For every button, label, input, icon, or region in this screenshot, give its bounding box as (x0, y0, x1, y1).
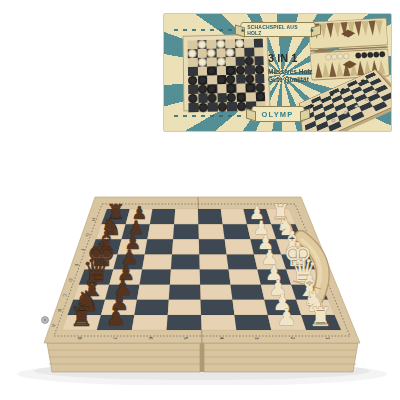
square-f5 (172, 239, 199, 254)
backgammon-checker-light (326, 54, 332, 60)
mini-piece-light (331, 118, 336, 123)
mini-piece-dark (360, 79, 365, 82)
piece-black-rook: ♜ (70, 301, 94, 332)
checker-black (237, 102, 246, 111)
checkers-cell (255, 74, 265, 83)
checkers-cell (246, 92, 256, 101)
brand-name: OLYMP (262, 110, 294, 119)
backgammon-checker-dark (373, 52, 379, 58)
badge-line-massives-holz: Massives Holz (268, 68, 312, 76)
checkers-cell (188, 58, 198, 67)
checkers-cell (198, 94, 208, 103)
rank-label: 5 (183, 336, 189, 339)
checkers-cell (236, 83, 246, 92)
rank-label: 7 (112, 336, 118, 339)
checker-black (188, 76, 197, 85)
checker-black (236, 93, 245, 102)
checker-black (207, 66, 216, 75)
checker-white (188, 49, 197, 58)
file-label: B (57, 309, 62, 312)
box-title-banner: ★ SCHACHSPIEL AUS HOLZ ★ (240, 22, 316, 37)
board-side-face (47, 343, 358, 372)
product-claims: 3 IN 1 Massives Holz Gute Qualität (268, 52, 312, 84)
checkers-cell (188, 49, 198, 58)
file-label: H (91, 218, 96, 221)
backgammon-checker-light (343, 53, 349, 59)
packaging-box: ★ SCHACHSPIEL AUS HOLZ ★ 3 IN 1 Massives… (163, 13, 392, 132)
square-h4 (198, 209, 223, 224)
square-h3 (221, 209, 247, 224)
mini-piece-light (365, 97, 370, 101)
checkers-cell (197, 67, 207, 76)
checkers-cell (217, 93, 227, 102)
badge-3in1: 3 IN 1 (268, 52, 312, 66)
rank-label: 6 (148, 336, 154, 339)
checkers-cell (226, 57, 236, 66)
checker-white (216, 40, 225, 49)
piece-white-rook: ♜ (309, 301, 333, 332)
checkers-cell (235, 48, 245, 57)
square-g6 (147, 224, 174, 239)
rank-label: 4 (219, 336, 225, 339)
square-h5 (174, 209, 198, 224)
square-c5 (169, 285, 201, 300)
star-icon: ★ (310, 27, 315, 33)
checker-black (245, 56, 254, 65)
piece-black-pawn: ♟ (106, 304, 126, 330)
checker-black (255, 92, 264, 101)
backgammon-checker-light (331, 54, 337, 60)
square-g5 (173, 224, 199, 239)
checkers-cell (216, 48, 226, 57)
checker-black (245, 74, 254, 83)
square-e3 (227, 254, 258, 269)
checkers-cell (226, 84, 236, 93)
checker-black (227, 84, 236, 93)
checkers-cell (207, 66, 217, 75)
checkers-cell (225, 39, 235, 48)
square-c3 (231, 285, 265, 300)
fold-gap (200, 343, 204, 372)
square-c6 (137, 285, 170, 300)
file-label: C (62, 294, 67, 297)
square-e6 (142, 254, 172, 269)
square-f4 (199, 239, 227, 254)
checkers-cell (198, 103, 208, 112)
rank-label: 2 (290, 336, 296, 339)
checkers-cell (207, 84, 217, 93)
checkers-cell (216, 57, 226, 66)
checkers-cell (216, 66, 226, 75)
square-d6 (140, 270, 171, 285)
checkers-cell (255, 83, 265, 92)
checkers-cell (217, 84, 227, 93)
mini-piece-light (373, 90, 378, 94)
square-b3 (232, 300, 267, 315)
checker-black (217, 102, 226, 111)
checkers-cell (244, 48, 254, 57)
rank-label: 8 (77, 336, 83, 339)
checker-black (226, 75, 235, 84)
mini-piece-dark (320, 98, 324, 102)
checkers-cell (227, 93, 237, 102)
checker-black (236, 66, 245, 75)
checkers-cell (235, 66, 245, 75)
square-a4 (201, 315, 236, 330)
checkers-cell (245, 65, 255, 74)
checker-black (226, 66, 235, 75)
checker-black (198, 84, 207, 93)
checkers-cell (254, 56, 264, 65)
clasp (42, 317, 49, 324)
checkers-cell (236, 74, 246, 83)
checkers-cell (255, 92, 265, 101)
brand-banner: OLYMP (251, 106, 305, 122)
checkers-cell (226, 66, 236, 75)
checkers-cell (254, 47, 264, 56)
square-d5 (170, 270, 200, 285)
checkers-cell (227, 102, 237, 111)
checker-white (197, 40, 206, 49)
checkers-cell (197, 58, 207, 67)
square-a3 (234, 315, 271, 330)
checkers-cell (188, 67, 198, 76)
checker-black (255, 83, 264, 92)
checker-black (189, 94, 198, 103)
checkers-cell (188, 76, 198, 85)
checkers-cell (217, 75, 227, 84)
checkers-cell (208, 102, 218, 111)
checker-black (198, 75, 207, 84)
mini-piece-light (354, 104, 359, 108)
square-a6 (132, 315, 168, 330)
rank-label: 3 (254, 336, 260, 339)
checkers-cell (197, 40, 207, 49)
square-e5 (171, 254, 200, 269)
checkers-cell (244, 39, 254, 48)
checker-black (208, 93, 217, 102)
piece-white-pawn: ♟ (276, 304, 296, 330)
checkers-photo (183, 34, 271, 112)
checkers-cell (236, 102, 246, 111)
backgammon-checker-light (337, 54, 343, 60)
checker-white (198, 58, 207, 67)
checkers-cell (207, 57, 217, 66)
star-icon: ★ (241, 27, 246, 33)
checker-white (226, 48, 235, 57)
square-e4 (199, 254, 228, 269)
square-d3 (229, 270, 261, 285)
checkers-cell (245, 74, 255, 83)
square-b4 (201, 300, 235, 315)
checkers-cell (236, 93, 246, 102)
backgammon-checker-dark (355, 53, 361, 59)
product-photo-stage: ★ SCHACHSPIEL AUS HOLZ ★ 3 IN 1 Massives… (0, 0, 400, 400)
checker-black (255, 65, 264, 74)
file-label: E (74, 264, 79, 267)
checker-black (207, 84, 216, 93)
checkers-cell (188, 40, 198, 49)
rank-label: 1 (325, 336, 331, 339)
checkers-cell (188, 94, 198, 103)
checker-white (235, 39, 244, 48)
backgammon-checker-dark (379, 51, 385, 57)
square-c4 (200, 285, 232, 300)
mini-piece-dark (350, 83, 354, 86)
badge-line-gute-qualitaet: Gute Qualität (268, 76, 312, 84)
checkers-cell (216, 40, 226, 49)
checkers-cell (235, 57, 245, 66)
checkers-cell (226, 75, 236, 84)
file-label: D (68, 278, 73, 282)
checkers-cell (207, 93, 217, 102)
square-g4 (198, 224, 224, 239)
mini-piece-dark (340, 88, 344, 91)
backgammon-checker-dark (361, 52, 367, 58)
checkers-cell (188, 103, 198, 112)
checkers-cell (235, 39, 245, 48)
checkers-cell (217, 102, 227, 111)
checker-black (227, 93, 236, 102)
checkers-cell (207, 49, 217, 58)
checkers-cell (197, 49, 207, 58)
checker-black (198, 103, 207, 112)
checkers-cell (198, 84, 208, 93)
checkers-cell (245, 83, 255, 92)
square-b6 (134, 300, 168, 315)
chessboard-product-photo: 87654321HGFEDCBA♜♟♟♜♞♟♟♞♝♟♟♝♚♟♟♚♛♟♟♛♝♟♟♝… (0, 150, 400, 385)
square-d4 (200, 270, 231, 285)
square-f6 (145, 239, 173, 254)
checkers-cell (254, 65, 264, 74)
square-f3 (225, 239, 254, 254)
mini-piece-light (343, 111, 348, 115)
checker-white (207, 49, 216, 58)
checker-white (216, 57, 225, 66)
square-h6 (150, 209, 175, 224)
checkers-cell (245, 56, 255, 65)
checkers-cell (207, 75, 217, 84)
checkers-cell (198, 75, 208, 84)
box-title: SCHACHSPIEL AUS HOLZ (247, 24, 308, 36)
mini-piece-dark (330, 93, 334, 96)
checker-black (246, 83, 255, 92)
checkers-cell (225, 48, 235, 57)
square-g3 (223, 224, 251, 239)
mini-piece-dark (310, 104, 314, 108)
checkers-board (188, 39, 266, 107)
checkers-cell (253, 39, 263, 48)
checker-black (217, 75, 226, 84)
checkers-cell (206, 40, 216, 49)
checkers-cell (188, 85, 198, 94)
square-a5 (167, 315, 202, 330)
square-b5 (168, 300, 201, 315)
